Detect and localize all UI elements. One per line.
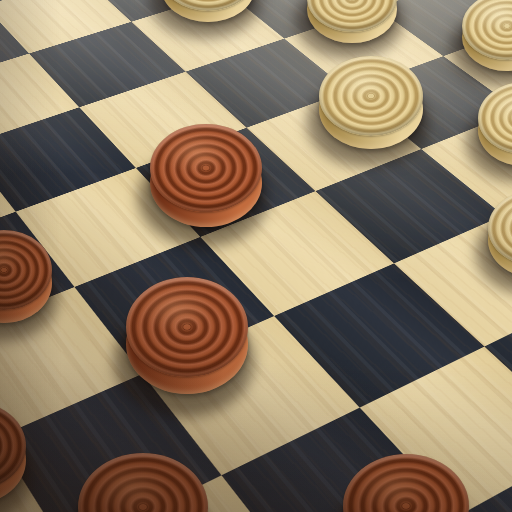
photo-canvas xyxy=(0,0,512,512)
checker-piece-cream[interactable] xyxy=(462,79,512,181)
piece-face xyxy=(78,453,208,512)
checker-piece-red[interactable] xyxy=(0,399,42,512)
checker-piece-cream[interactable] xyxy=(303,53,439,164)
pieces-layer xyxy=(0,0,512,512)
checker-piece-cream[interactable] xyxy=(446,0,512,86)
checker-piece-cream[interactable] xyxy=(472,187,512,293)
checker-piece-red[interactable] xyxy=(62,450,224,512)
checker-piece-red[interactable] xyxy=(0,227,68,338)
piece-face xyxy=(150,124,262,212)
checker-piece-cream[interactable] xyxy=(291,0,413,58)
piece-face xyxy=(343,454,469,512)
checker-piece-red[interactable] xyxy=(134,121,278,242)
checker-piece-red[interactable] xyxy=(110,274,264,409)
checker-piece-red[interactable] xyxy=(327,451,485,512)
piece-face xyxy=(319,56,423,136)
piece-face xyxy=(126,277,248,377)
checker-piece-cream[interactable] xyxy=(145,0,271,37)
